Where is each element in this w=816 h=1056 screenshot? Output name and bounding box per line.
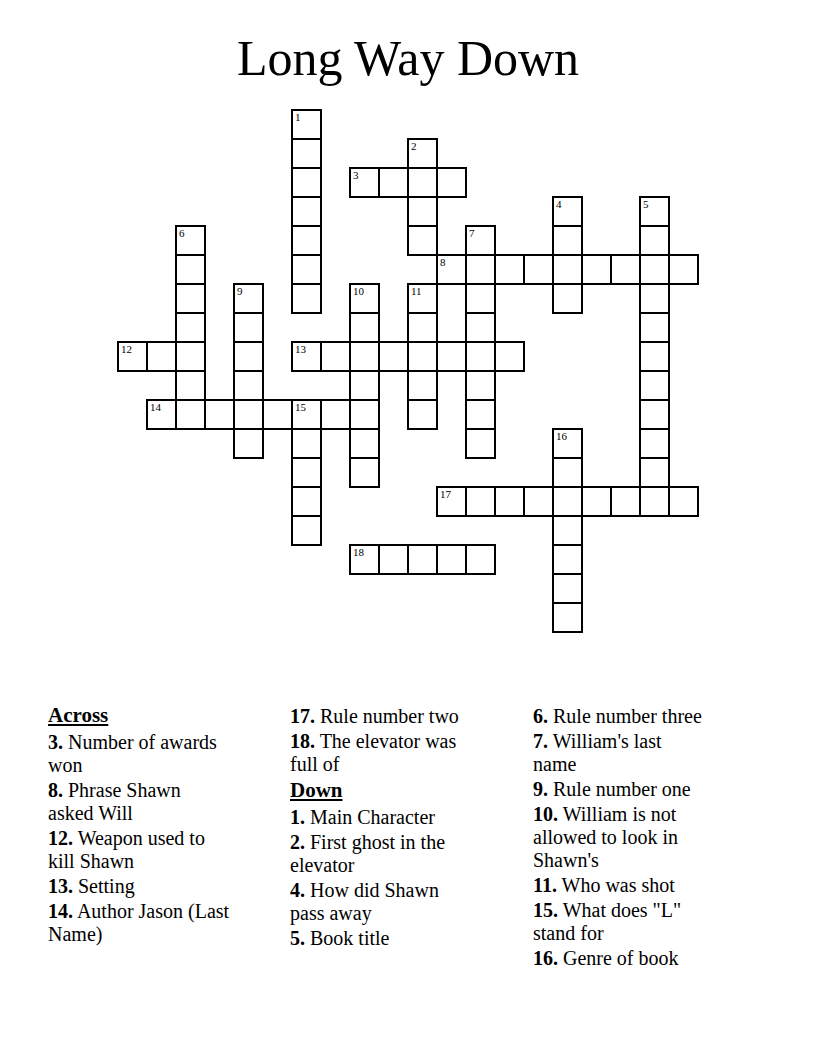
grid-cell-r10-c6[interactable]: 15 bbox=[291, 399, 322, 430]
grid-cell-r5-c17[interactable] bbox=[610, 254, 641, 285]
clue-8-across: 8. Phrase Shawnasked Will bbox=[48, 779, 283, 825]
grid-cell-r2-c9[interactable] bbox=[378, 167, 409, 198]
clue-17-across: 17. Rule number two bbox=[290, 705, 528, 728]
clue-number: 11. bbox=[533, 874, 557, 896]
grid-cell-r15-c15[interactable] bbox=[552, 544, 583, 575]
cell-number: 9 bbox=[237, 285, 243, 298]
grid-cell-r3-c15[interactable]: 4 bbox=[552, 196, 583, 227]
clue-number: 3. bbox=[48, 731, 63, 753]
grid-cell-r9-c18[interactable] bbox=[639, 370, 670, 401]
clue-number: 7. bbox=[533, 730, 548, 752]
clue-6-down: 6. Rule number three bbox=[533, 705, 768, 728]
grid-cell-r13-c17[interactable] bbox=[610, 486, 641, 517]
grid-cell-r2-c10[interactable] bbox=[407, 167, 438, 198]
grid-cell-r5-c12[interactable] bbox=[465, 254, 496, 285]
grid-cell-r8-c18[interactable] bbox=[639, 341, 670, 372]
clue-number: 9. bbox=[533, 778, 548, 800]
clue-number: 6. bbox=[533, 705, 548, 727]
grid-cell-r5-c19[interactable] bbox=[668, 254, 699, 285]
clue-number: 18. bbox=[290, 730, 315, 752]
grid-cell-r8-c7[interactable] bbox=[320, 341, 351, 372]
grid-cell-r6-c2[interactable] bbox=[175, 283, 206, 314]
grid-cell-r2-c11[interactable] bbox=[436, 167, 467, 198]
grid-cell-r2-c8[interactable]: 3 bbox=[349, 167, 380, 198]
grid-cell-r14-c15[interactable] bbox=[552, 515, 583, 546]
clue-number: 17. bbox=[290, 705, 315, 727]
cell-number: 11 bbox=[411, 285, 422, 298]
grid-cell-r10-c7[interactable] bbox=[320, 399, 351, 430]
clue-1-down: 1. Main Character bbox=[290, 806, 528, 829]
grid-cell-r10-c3[interactable] bbox=[204, 399, 235, 430]
clue-number: 16. bbox=[533, 947, 558, 969]
grid-cell-r13-c11[interactable]: 17 bbox=[436, 486, 467, 517]
grid-cell-r15-c10[interactable] bbox=[407, 544, 438, 575]
cell-number: 1 bbox=[295, 111, 301, 124]
grid-cell-r10-c8[interactable] bbox=[349, 399, 380, 430]
clue-4-down: 4. How did Shawnpass away bbox=[290, 879, 528, 925]
grid-cell-r7-c12[interactable] bbox=[465, 312, 496, 343]
grid-cell-r8-c12[interactable] bbox=[465, 341, 496, 372]
clue-number: 8. bbox=[48, 779, 63, 801]
grid-cell-r15-c12[interactable] bbox=[465, 544, 496, 575]
clue-column-2: 17. Rule number two18. The elevator wasf… bbox=[290, 705, 528, 952]
cell-number: 13 bbox=[295, 343, 306, 356]
grid-cell-r11-c18[interactable] bbox=[639, 428, 670, 459]
cell-number: 16 bbox=[556, 430, 567, 443]
grid-cell-r4-c6[interactable] bbox=[291, 225, 322, 256]
grid-cell-r12-c18[interactable] bbox=[639, 457, 670, 488]
clue-column-1: Across3. Number of awardswon8. Phrase Sh… bbox=[48, 703, 283, 948]
grid-cell-r10-c5[interactable] bbox=[262, 399, 293, 430]
clue-15-down: 15. What does "L"stand for bbox=[533, 899, 768, 945]
grid-cell-r4-c12[interactable]: 7 bbox=[465, 225, 496, 256]
grid-cell-r3-c10[interactable] bbox=[407, 196, 438, 227]
grid-cell-r8-c1[interactable] bbox=[146, 341, 177, 372]
grid-cell-r6-c15[interactable] bbox=[552, 283, 583, 314]
grid-cell-r15-c9[interactable] bbox=[378, 544, 409, 575]
grid-cell-r6-c10[interactable]: 11 bbox=[407, 283, 438, 314]
cell-number: 18 bbox=[353, 546, 364, 559]
grid-cell-r10-c4[interactable] bbox=[233, 399, 264, 430]
grid-cell-r5-c2[interactable] bbox=[175, 254, 206, 285]
grid-cell-r3-c6[interactable] bbox=[291, 196, 322, 227]
grid-cell-r7-c4[interactable] bbox=[233, 312, 264, 343]
cell-number: 3 bbox=[353, 169, 359, 182]
clue-number: 4. bbox=[290, 879, 305, 901]
clue-12-across: 12. Weapon used tokill Shawn bbox=[48, 827, 283, 873]
cell-number: 17 bbox=[440, 488, 451, 501]
grid-cell-r13-c16[interactable] bbox=[581, 486, 612, 517]
clue-13-across: 13. Setting bbox=[48, 875, 283, 898]
grid-cell-r13-c15[interactable] bbox=[552, 486, 583, 517]
clue-11-down: 11. Who was shot bbox=[533, 874, 768, 897]
crossword-grid: 123456789101112131415161718 bbox=[117, 109, 701, 635]
clue-9-down: 9. Rule number one bbox=[533, 778, 768, 801]
clue-10-down: 10. William is notallowed to look inShaw… bbox=[533, 803, 768, 872]
grid-cell-r4-c15[interactable] bbox=[552, 225, 583, 256]
grid-cell-r5-c13[interactable] bbox=[494, 254, 525, 285]
grid-cell-r13-c13[interactable] bbox=[494, 486, 525, 517]
puzzle-title: Long Way Down bbox=[0, 33, 816, 83]
grid-cell-r8-c9[interactable] bbox=[378, 341, 409, 372]
grid-cell-r4-c10[interactable] bbox=[407, 225, 438, 256]
grid-cell-r8-c10[interactable] bbox=[407, 341, 438, 372]
across-header: Across bbox=[48, 703, 283, 727]
grid-cell-r2-c6[interactable] bbox=[291, 167, 322, 198]
clue-number: 13. bbox=[48, 875, 73, 897]
grid-cell-r8-c8[interactable] bbox=[349, 341, 380, 372]
grid-cell-r8-c0[interactable]: 12 bbox=[117, 341, 148, 372]
grid-cell-r12-c6[interactable] bbox=[291, 457, 322, 488]
cell-number: 12 bbox=[121, 343, 132, 356]
grid-cell-r13-c14[interactable] bbox=[523, 486, 554, 517]
cell-number: 6 bbox=[179, 227, 185, 240]
clue-column-3: 6. Rule number three7. William's lastnam… bbox=[533, 705, 768, 972]
grid-cell-r6-c12[interactable] bbox=[465, 283, 496, 314]
clue-number: 14. bbox=[48, 900, 73, 922]
grid-cell-r3-c18[interactable]: 5 bbox=[639, 196, 670, 227]
cell-number: 8 bbox=[440, 256, 446, 269]
grid-cell-r8-c6[interactable]: 13 bbox=[291, 341, 322, 372]
clue-7-down: 7. William's lastname bbox=[533, 730, 768, 776]
grid-cell-r4-c2[interactable]: 6 bbox=[175, 225, 206, 256]
grid-cell-r9-c10[interactable] bbox=[407, 370, 438, 401]
grid-cell-r9-c12[interactable] bbox=[465, 370, 496, 401]
grid-cell-r14-c6[interactable] bbox=[291, 515, 322, 546]
clue-5-down: 5. Book title bbox=[290, 927, 528, 950]
grid-cell-r0-c6[interactable]: 1 bbox=[291, 109, 322, 140]
grid-cell-r9-c8[interactable] bbox=[349, 370, 380, 401]
clue-14-across: 14. Author Jason (LastName) bbox=[48, 900, 283, 946]
grid-cell-r6-c18[interactable] bbox=[639, 283, 670, 314]
cell-number: 5 bbox=[643, 198, 649, 211]
grid-cell-r13-c18[interactable] bbox=[639, 486, 670, 517]
clue-3-across: 3. Number of awardswon bbox=[48, 731, 283, 777]
grid-cell-r7-c18[interactable] bbox=[639, 312, 670, 343]
grid-cell-r5-c11[interactable]: 8 bbox=[436, 254, 467, 285]
cell-number: 10 bbox=[353, 285, 364, 298]
cell-number: 14 bbox=[150, 401, 161, 414]
grid-cell-r10-c18[interactable] bbox=[639, 399, 670, 430]
down-header: Down bbox=[290, 778, 528, 802]
grid-cell-r15-c11[interactable] bbox=[436, 544, 467, 575]
grid-cell-r15-c8[interactable]: 18 bbox=[349, 544, 380, 575]
grid-cell-r13-c6[interactable] bbox=[291, 486, 322, 517]
grid-cell-r16-c15[interactable] bbox=[552, 573, 583, 604]
grid-cell-r5-c16[interactable] bbox=[581, 254, 612, 285]
grid-cell-r12-c8[interactable] bbox=[349, 457, 380, 488]
grid-cell-r11-c4[interactable] bbox=[233, 428, 264, 459]
grid-cell-r8-c13[interactable] bbox=[494, 341, 525, 372]
grid-cell-r7-c10[interactable] bbox=[407, 312, 438, 343]
clue-number: 5. bbox=[290, 927, 305, 949]
grid-cell-r10-c10[interactable] bbox=[407, 399, 438, 430]
grid-cell-r6-c6[interactable] bbox=[291, 283, 322, 314]
grid-cell-r8-c4[interactable] bbox=[233, 341, 264, 372]
grid-cell-r10-c1[interactable]: 14 bbox=[146, 399, 177, 430]
grid-cell-r8-c2[interactable] bbox=[175, 341, 206, 372]
grid-cell-r8-c11[interactable] bbox=[436, 341, 467, 372]
grid-cell-r10-c2[interactable] bbox=[175, 399, 206, 430]
grid-cell-r11-c15[interactable]: 16 bbox=[552, 428, 583, 459]
grid-cell-r12-c15[interactable] bbox=[552, 457, 583, 488]
clue-number: 2. bbox=[290, 831, 305, 853]
clue-16-down: 16. Genre of book bbox=[533, 947, 768, 970]
grid-cell-r5-c18[interactable] bbox=[639, 254, 670, 285]
grid-cell-r5-c6[interactable] bbox=[291, 254, 322, 285]
cell-number: 15 bbox=[295, 401, 306, 414]
clue-number: 12. bbox=[48, 827, 73, 849]
grid-cell-r13-c12[interactable] bbox=[465, 486, 496, 517]
grid-cell-r10-c12[interactable] bbox=[465, 399, 496, 430]
grid-cell-r11-c12[interactable] bbox=[465, 428, 496, 459]
clue-number: 10. bbox=[533, 803, 558, 825]
clue-number: 15. bbox=[533, 899, 558, 921]
grid-cell-r5-c15[interactable] bbox=[552, 254, 583, 285]
cell-number: 2 bbox=[411, 140, 417, 153]
grid-cell-r7-c8[interactable] bbox=[349, 312, 380, 343]
grid-cell-r1-c10[interactable]: 2 bbox=[407, 138, 438, 169]
grid-cell-r9-c4[interactable] bbox=[233, 370, 264, 401]
grid-cell-r11-c8[interactable] bbox=[349, 428, 380, 459]
grid-cell-r4-c18[interactable] bbox=[639, 225, 670, 256]
cell-number: 4 bbox=[556, 198, 562, 211]
clue-18-across: 18. The elevator wasfull of bbox=[290, 730, 528, 776]
grid-cell-r6-c8[interactable]: 10 bbox=[349, 283, 380, 314]
grid-cell-r7-c2[interactable] bbox=[175, 312, 206, 343]
grid-cell-r6-c4[interactable]: 9 bbox=[233, 283, 264, 314]
cell-number: 7 bbox=[469, 227, 475, 240]
grid-cell-r1-c6[interactable] bbox=[291, 138, 322, 169]
clue-2-down: 2. First ghost in theelevator bbox=[290, 831, 528, 877]
grid-cell-r17-c15[interactable] bbox=[552, 602, 583, 633]
grid-cell-r11-c6[interactable] bbox=[291, 428, 322, 459]
grid-cell-r9-c2[interactable] bbox=[175, 370, 206, 401]
clue-number: 1. bbox=[290, 806, 305, 828]
grid-cell-r5-c14[interactable] bbox=[523, 254, 554, 285]
grid-cell-r13-c19[interactable] bbox=[668, 486, 699, 517]
